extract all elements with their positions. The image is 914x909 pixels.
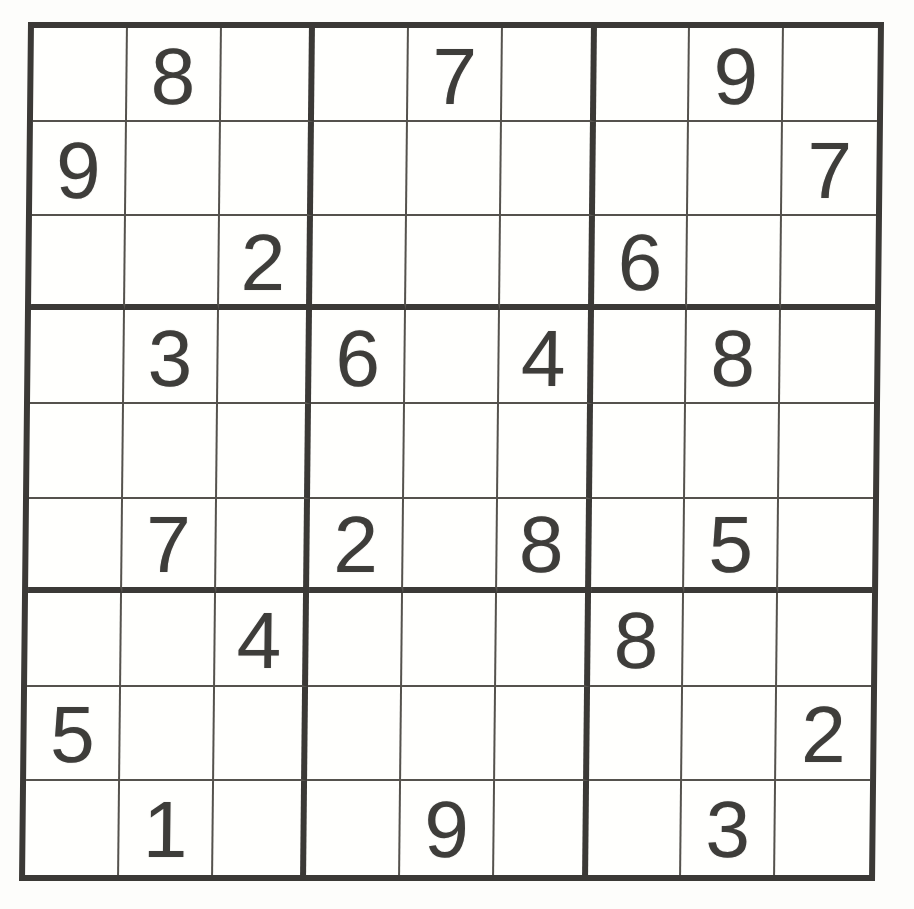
- board-skew-wrapper: 8799726364872854852193: [19, 22, 884, 881]
- cell-r3c3-given-2[interactable]: 2: [219, 216, 314, 310]
- cell-r9c5-given-9[interactable]: 9: [400, 781, 495, 875]
- cell-r9c1[interactable]: [25, 781, 120, 875]
- cell-r5c4[interactable]: [310, 404, 405, 498]
- cell-r8c9-given-2[interactable]: 2: [776, 687, 871, 781]
- cell-r8c7[interactable]: [589, 687, 684, 781]
- cell-r6c6-given-8[interactable]: 8: [497, 499, 592, 593]
- cell-r4c7[interactable]: [593, 310, 688, 404]
- cell-r8c8[interactable]: [682, 687, 777, 781]
- cell-r8c2[interactable]: [120, 687, 215, 781]
- cell-r1c3[interactable]: [220, 28, 315, 122]
- cell-r2c7[interactable]: [595, 122, 690, 216]
- cell-r3c9[interactable]: [781, 216, 876, 310]
- cell-r6c3[interactable]: [216, 499, 311, 593]
- cell-r9c4[interactable]: [306, 781, 401, 875]
- cell-r2c1-given-9[interactable]: 9: [32, 122, 127, 216]
- cell-r3c6[interactable]: [500, 216, 595, 310]
- cell-r1c8-given-9[interactable]: 9: [689, 28, 784, 122]
- cell-r3c4[interactable]: [312, 216, 407, 310]
- cell-r8c1-given-5[interactable]: 5: [26, 687, 121, 781]
- cell-r3c5[interactable]: [406, 216, 501, 310]
- cell-r2c3[interactable]: [220, 122, 315, 216]
- cell-r7c4[interactable]: [308, 593, 403, 687]
- cell-r1c4[interactable]: [314, 28, 409, 122]
- cell-r7c1[interactable]: [27, 593, 122, 687]
- cell-r3c1[interactable]: [31, 216, 126, 310]
- cell-r7c8[interactable]: [683, 593, 778, 687]
- cell-r2c6[interactable]: [501, 122, 596, 216]
- cell-r6c9[interactable]: [778, 499, 873, 593]
- cell-r9c8-given-3[interactable]: 3: [682, 781, 777, 875]
- cell-r5c1[interactable]: [29, 404, 124, 498]
- cell-r1c1[interactable]: [33, 28, 128, 122]
- cell-r1c2-given-8[interactable]: 8: [127, 28, 222, 122]
- sudoku-board: 8799726364872854852193: [19, 22, 884, 881]
- cell-r7c7-given-8[interactable]: 8: [590, 593, 685, 687]
- cell-r4c8-given-8[interactable]: 8: [686, 310, 781, 404]
- cell-r8c5[interactable]: [401, 687, 496, 781]
- cell-r5c3[interactable]: [217, 404, 312, 498]
- cell-r7c2[interactable]: [121, 593, 216, 687]
- cell-r1c7[interactable]: [596, 28, 691, 122]
- cell-r2c9-given-7[interactable]: 7: [782, 122, 877, 216]
- cell-r5c6[interactable]: [498, 404, 593, 498]
- cell-r8c3[interactable]: [214, 687, 309, 781]
- cell-r9c9[interactable]: [775, 781, 870, 875]
- cell-r4c1[interactable]: [30, 310, 125, 404]
- cell-r8c6[interactable]: [495, 687, 590, 781]
- cell-r6c5[interactable]: [403, 499, 498, 593]
- cell-r2c8[interactable]: [688, 122, 783, 216]
- cell-r9c3[interactable]: [213, 781, 308, 875]
- scanned-sudoku-page: 8799726364872854852193: [0, 0, 914, 909]
- cell-r5c2[interactable]: [123, 404, 218, 498]
- cell-r5c8[interactable]: [685, 404, 780, 498]
- cell-r7c9[interactable]: [777, 593, 872, 687]
- cell-r7c5[interactable]: [402, 593, 497, 687]
- cell-r1c5-given-7[interactable]: 7: [408, 28, 503, 122]
- cell-r9c2-given-1[interactable]: 1: [119, 781, 214, 875]
- cell-r6c4-given-2[interactable]: 2: [309, 499, 404, 593]
- cell-r7c3-given-4[interactable]: 4: [215, 593, 310, 687]
- cell-r6c2-given-7[interactable]: 7: [122, 499, 217, 593]
- cell-r4c9[interactable]: [780, 310, 875, 404]
- cell-r4c4-given-6[interactable]: 6: [311, 310, 406, 404]
- cell-r6c7[interactable]: [591, 499, 686, 593]
- cell-r9c6[interactable]: [494, 781, 589, 875]
- cell-r4c5[interactable]: [405, 310, 500, 404]
- cell-r5c5[interactable]: [404, 404, 499, 498]
- cell-r4c3[interactable]: [218, 310, 313, 404]
- cell-r3c8[interactable]: [687, 216, 782, 310]
- cell-r8c4[interactable]: [307, 687, 402, 781]
- cell-r1c9[interactable]: [783, 28, 878, 122]
- cell-r5c7[interactable]: [592, 404, 687, 498]
- cell-r2c2[interactable]: [126, 122, 221, 216]
- cell-r3c2[interactable]: [125, 216, 220, 310]
- cell-r6c1[interactable]: [28, 499, 123, 593]
- cell-r9c7[interactable]: [588, 781, 683, 875]
- cell-r7c6[interactable]: [496, 593, 591, 687]
- cell-r1c6[interactable]: [502, 28, 597, 122]
- cell-r6c8-given-5[interactable]: 5: [684, 499, 779, 593]
- cell-r2c4[interactable]: [313, 122, 408, 216]
- cell-r5c9[interactable]: [779, 404, 874, 498]
- cell-r3c7-given-6[interactable]: 6: [594, 216, 689, 310]
- cell-r4c2-given-3[interactable]: 3: [124, 310, 219, 404]
- cell-r4c6-given-4[interactable]: 4: [499, 310, 594, 404]
- cell-r2c5[interactable]: [407, 122, 502, 216]
